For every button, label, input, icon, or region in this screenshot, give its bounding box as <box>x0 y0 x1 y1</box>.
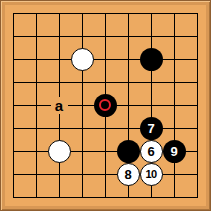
white-stone-move-6: 6 <box>140 140 163 163</box>
black-stone-circled <box>94 94 117 117</box>
circle-marker-icon <box>99 99 111 111</box>
goban-grid: a769810 <box>13 13 198 198</box>
white-stone-move-10: 10 <box>140 163 163 186</box>
black-stone <box>117 140 140 163</box>
white-stone <box>71 48 94 71</box>
go-board-diagram: a769810 <box>0 0 211 211</box>
black-stone-move-7: 7 <box>140 117 163 140</box>
white-stone <box>48 140 71 163</box>
black-stone <box>140 48 163 71</box>
black-stone-move-9: 9 <box>163 140 186 163</box>
point-label-a: a <box>51 97 68 114</box>
white-stone-move-8: 8 <box>117 163 140 186</box>
